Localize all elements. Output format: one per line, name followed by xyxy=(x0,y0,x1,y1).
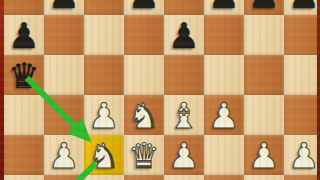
square-f2[interactable] xyxy=(204,175,244,180)
piece-black-pawn-a6[interactable]: ♟ xyxy=(4,15,44,55)
square-b4[interactable] xyxy=(44,95,84,135)
square-f6[interactable] xyxy=(204,15,244,55)
square-b5[interactable] xyxy=(44,55,84,95)
piece-white-pawn-c4[interactable]: ♟ xyxy=(84,95,124,135)
square-c7[interactable] xyxy=(84,0,124,15)
piece-white-pawn-a2[interactable]: ♟ xyxy=(4,175,44,180)
piece-black-pawn-h7[interactable]: ♟ xyxy=(284,0,320,15)
square-g5[interactable] xyxy=(244,55,284,95)
square-h5[interactable] xyxy=(284,55,320,95)
piece-white-pawn-f4[interactable]: ♟ xyxy=(204,95,244,135)
piece-black-pawn-f7[interactable]: ♟ xyxy=(204,0,244,15)
square-a4[interactable] xyxy=(4,95,44,135)
square-a7[interactable] xyxy=(4,0,44,15)
piece-black-queen-a5[interactable]: ♛ xyxy=(4,55,44,95)
chess-board: ♟♟♟♟♟♟♟♛♟♞♝♟♟♞♛♟♟♟♟♝ xyxy=(0,0,320,180)
square-d5[interactable] xyxy=(124,55,164,95)
piece-white-pawn-b3[interactable]: ♟ xyxy=(44,135,84,175)
piece-white-pawn-e3[interactable]: ♟ xyxy=(164,135,204,175)
square-h6[interactable] xyxy=(284,15,320,55)
square-b6[interactable] xyxy=(44,15,84,55)
square-e7[interactable] xyxy=(164,0,204,15)
piece-white-bishop-e4[interactable]: ♝ xyxy=(164,95,204,135)
square-h4[interactable] xyxy=(284,95,320,135)
square-c6[interactable] xyxy=(84,15,124,55)
piece-white-bishop-b2[interactable]: ♝ xyxy=(44,175,84,180)
piece-white-queen-d3[interactable]: ♛ xyxy=(124,135,164,175)
square-a3[interactable] xyxy=(4,135,44,175)
square-f5[interactable] xyxy=(204,55,244,95)
square-e5[interactable] xyxy=(164,55,204,95)
piece-black-pawn-d7[interactable]: ♟ xyxy=(124,0,164,15)
piece-black-pawn-g7[interactable]: ♟ xyxy=(244,0,284,15)
square-g4[interactable] xyxy=(244,95,284,135)
piece-black-pawn-e6[interactable]: ♟ xyxy=(164,15,204,55)
square-d6[interactable] xyxy=(124,15,164,55)
board-border-left xyxy=(0,0,4,180)
piece-white-knight-d4[interactable]: ♞ xyxy=(124,95,164,135)
piece-white-pawn-h3[interactable]: ♟ xyxy=(284,135,320,175)
piece-black-pawn-b7[interactable]: ♟ xyxy=(44,0,84,15)
square-g6[interactable] xyxy=(244,15,284,55)
square-c5[interactable] xyxy=(84,55,124,95)
piece-white-pawn-g3[interactable]: ♟ xyxy=(244,135,284,175)
square-f3[interactable] xyxy=(204,135,244,175)
piece-white-knight-c3[interactable]: ♞ xyxy=(84,135,124,175)
